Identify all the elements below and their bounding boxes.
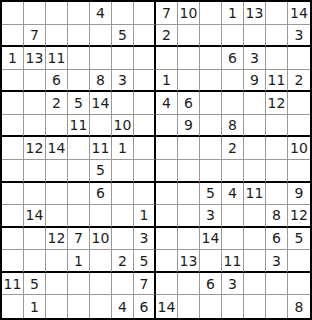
cell-r10c5[interactable]: [90, 205, 112, 228]
cell-r3c13[interactable]: [266, 47, 288, 70]
cell-r5c11[interactable]: [222, 92, 244, 115]
cell-r4c11[interactable]: [222, 70, 244, 93]
cell-r13c10[interactable]: 6: [200, 273, 222, 296]
cell-r2c7[interactable]: [134, 25, 156, 48]
cell-r9c11[interactable]: 4: [222, 183, 244, 206]
cell-r5c4[interactable]: 5: [68, 92, 90, 115]
cell-r7c11[interactable]: 2: [222, 137, 244, 160]
cell-r12c9[interactable]: 13: [178, 250, 200, 273]
cell-r4c4[interactable]: [68, 70, 90, 93]
cell-r7c13[interactable]: [266, 137, 288, 160]
cell-r9c14[interactable]: 9: [288, 183, 310, 206]
cell-r5c6[interactable]: [112, 92, 134, 115]
cell-r12c5[interactable]: [90, 250, 112, 273]
cell-r1c7[interactable]: [134, 2, 156, 25]
cell-r6c14[interactable]: [288, 115, 310, 138]
cell-r14c11[interactable]: [222, 295, 244, 318]
cell-r12c7[interactable]: 5: [134, 250, 156, 273]
cell-r12c6[interactable]: 2: [112, 250, 134, 273]
cell-r1c11[interactable]: 1: [222, 2, 244, 25]
cell-r9c8[interactable]: [156, 183, 178, 206]
cell-r12c8[interactable]: [156, 250, 178, 273]
cell-r4c7[interactable]: [134, 70, 156, 93]
cell-r14c1[interactable]: [2, 295, 24, 318]
cell-r9c9[interactable]: [178, 183, 200, 206]
cell-r7c6[interactable]: 1: [112, 137, 134, 160]
cell-r3c12[interactable]: 3: [244, 47, 266, 70]
cell-r2c6[interactable]: 5: [112, 25, 134, 48]
cell-r13c8[interactable]: [156, 273, 178, 296]
cell-r1c9[interactable]: 10: [178, 2, 200, 25]
cell-r10c2[interactable]: 14: [24, 205, 46, 228]
cell-r12c1[interactable]: [2, 250, 24, 273]
cell-r5c7[interactable]: [134, 92, 156, 115]
cell-r10c1[interactable]: [2, 205, 24, 228]
cell-r10c7[interactable]: 1: [134, 205, 156, 228]
cell-r3c10[interactable]: [200, 47, 222, 70]
cell-r2c5[interactable]: [90, 25, 112, 48]
cell-r9c10[interactable]: 5: [200, 183, 222, 206]
cell-r4c9[interactable]: [178, 70, 200, 93]
cell-r7c3[interactable]: 14: [46, 137, 68, 160]
cell-r8c9[interactable]: [178, 160, 200, 183]
cell-r9c6[interactable]: [112, 183, 134, 206]
cell-r3c4[interactable]: [68, 47, 90, 70]
cell-r1c3[interactable]: [46, 2, 68, 25]
cell-r11c13[interactable]: 6: [266, 228, 288, 251]
cell-r2c11[interactable]: [222, 25, 244, 48]
cell-r7c10[interactable]: [200, 137, 222, 160]
cell-r5c3[interactable]: 2: [46, 92, 68, 115]
cell-r14c10[interactable]: [200, 295, 222, 318]
cell-r5c1[interactable]: [2, 92, 24, 115]
cell-r11c6[interactable]: [112, 228, 134, 251]
cell-r5c14[interactable]: [288, 92, 310, 115]
cell-r9c1[interactable]: [2, 183, 24, 206]
cell-r13c7[interactable]: 7: [134, 273, 156, 296]
cell-r1c12[interactable]: 13: [244, 2, 266, 25]
cell-r1c2[interactable]: [24, 2, 46, 25]
cell-r3c2[interactable]: 13: [24, 47, 46, 70]
cell-r6c1[interactable]: [2, 115, 24, 138]
cell-r14c6[interactable]: 4: [112, 295, 134, 318]
cell-r9c12[interactable]: 11: [244, 183, 266, 206]
cell-r1c14[interactable]: 14: [288, 2, 310, 25]
cell-r9c4[interactable]: [68, 183, 90, 206]
cell-r13c3[interactable]: [46, 273, 68, 296]
cell-r11c3[interactable]: 12: [46, 228, 68, 251]
cell-r13c14[interactable]: [288, 273, 310, 296]
cell-r3c8[interactable]: [156, 47, 178, 70]
cell-r11c4[interactable]: 7: [68, 228, 90, 251]
cell-r12c12[interactable]: [244, 250, 266, 273]
cell-r5c9[interactable]: 6: [178, 92, 200, 115]
cell-r14c3[interactable]: [46, 295, 68, 318]
cell-r13c4[interactable]: [68, 273, 90, 296]
cell-r7c7[interactable]: [134, 137, 156, 160]
cell-r4c14[interactable]: 2: [288, 70, 310, 93]
cell-r8c4[interactable]: [68, 160, 90, 183]
cell-r3c11[interactable]: 6: [222, 47, 244, 70]
cell-r4c12[interactable]: 9: [244, 70, 266, 93]
cell-r6c4[interactable]: 11: [68, 115, 90, 138]
cell-r1c10[interactable]: [200, 2, 222, 25]
cell-r5c2[interactable]: [24, 92, 46, 115]
cell-r14c12[interactable]: [244, 295, 266, 318]
cell-r4c5[interactable]: 8: [90, 70, 112, 93]
cell-r4c10[interactable]: [200, 70, 222, 93]
cell-r12c14[interactable]: [288, 250, 310, 273]
cell-r7c14[interactable]: 10: [288, 137, 310, 160]
cell-r11c12[interactable]: [244, 228, 266, 251]
cell-r8c6[interactable]: [112, 160, 134, 183]
cell-r7c9[interactable]: [178, 137, 200, 160]
cell-r8c1[interactable]: [2, 160, 24, 183]
cell-r1c1[interactable]: [2, 2, 24, 25]
cell-r11c11[interactable]: [222, 228, 244, 251]
cell-r10c10[interactable]: 3: [200, 205, 222, 228]
cell-r5c13[interactable]: 12: [266, 92, 288, 115]
cell-r10c12[interactable]: [244, 205, 266, 228]
cell-r8c14[interactable]: [288, 160, 310, 183]
cell-r1c4[interactable]: [68, 2, 90, 25]
cell-r12c11[interactable]: 11: [222, 250, 244, 273]
cell-r13c5[interactable]: [90, 273, 112, 296]
sudoku-board: 4710113147523113116368319112251446121110…: [0, 0, 312, 320]
cell-r2c9[interactable]: [178, 25, 200, 48]
cell-r13c9[interactable]: [178, 273, 200, 296]
cell-r2c8[interactable]: 2: [156, 25, 178, 48]
cell-r3c7[interactable]: [134, 47, 156, 70]
cell-r9c3[interactable]: [46, 183, 68, 206]
cell-r5c10[interactable]: [200, 92, 222, 115]
cell-r6c8[interactable]: [156, 115, 178, 138]
cell-r4c6[interactable]: 3: [112, 70, 134, 93]
cell-r5c5[interactable]: 14: [90, 92, 112, 115]
cell-r2c13[interactable]: [266, 25, 288, 48]
cell-r5c8[interactable]: 4: [156, 92, 178, 115]
cell-r6c11[interactable]: 8: [222, 115, 244, 138]
cell-r5c12[interactable]: [244, 92, 266, 115]
cell-r10c13[interactable]: 8: [266, 205, 288, 228]
cell-r12c4[interactable]: 1: [68, 250, 90, 273]
cell-r14c9[interactable]: [178, 295, 200, 318]
cell-r10c14[interactable]: 12: [288, 205, 310, 228]
cell-r14c14[interactable]: 8: [288, 295, 310, 318]
cell-r1c5[interactable]: 4: [90, 2, 112, 25]
cell-r8c3[interactable]: [46, 160, 68, 183]
cell-r12c3[interactable]: [46, 250, 68, 273]
cell-r2c1[interactable]: [2, 25, 24, 48]
cell-r9c2[interactable]: [24, 183, 46, 206]
cell-r6c12[interactable]: [244, 115, 266, 138]
cell-r12c10[interactable]: [200, 250, 222, 273]
cell-r6c10[interactable]: [200, 115, 222, 138]
cell-r14c4[interactable]: [68, 295, 90, 318]
cell-r8c8[interactable]: [156, 160, 178, 183]
cell-r6c3[interactable]: [46, 115, 68, 138]
cell-r3c9[interactable]: [178, 47, 200, 70]
cell-r11c5[interactable]: 10: [90, 228, 112, 251]
cell-r8c11[interactable]: [222, 160, 244, 183]
cell-r6c2[interactable]: [24, 115, 46, 138]
cell-r10c3[interactable]: [46, 205, 68, 228]
cell-r2c10[interactable]: [200, 25, 222, 48]
cell-r7c12[interactable]: [244, 137, 266, 160]
cell-r6c9[interactable]: 9: [178, 115, 200, 138]
cell-r13c1[interactable]: 11: [2, 273, 24, 296]
cell-r13c12[interactable]: [244, 273, 266, 296]
cell-r4c3[interactable]: 6: [46, 70, 68, 93]
cell-r4c2[interactable]: [24, 70, 46, 93]
cell-r6c13[interactable]: [266, 115, 288, 138]
cell-r8c5[interactable]: 5: [90, 160, 112, 183]
cell-r7c5[interactable]: 11: [90, 137, 112, 160]
cell-r7c1[interactable]: [2, 137, 24, 160]
cell-r6c5[interactable]: [90, 115, 112, 138]
cell-r14c2[interactable]: 1: [24, 295, 46, 318]
cell-r3c1[interactable]: 1: [2, 47, 24, 70]
cell-r14c8[interactable]: 14: [156, 295, 178, 318]
cell-r13c6[interactable]: [112, 273, 134, 296]
cell-r6c6[interactable]: 10: [112, 115, 134, 138]
cell-r11c1[interactable]: [2, 228, 24, 251]
cell-r1c8[interactable]: 7: [156, 2, 178, 25]
cell-r3c6[interactable]: [112, 47, 134, 70]
cell-r1c6[interactable]: [112, 2, 134, 25]
cell-r9c13[interactable]: [266, 183, 288, 206]
cell-r7c2[interactable]: 12: [24, 137, 46, 160]
cell-r13c2[interactable]: 5: [24, 273, 46, 296]
cell-r14c7[interactable]: 6: [134, 295, 156, 318]
cell-r3c5[interactable]: [90, 47, 112, 70]
cell-r10c8[interactable]: [156, 205, 178, 228]
cell-r8c12[interactable]: [244, 160, 266, 183]
cell-r13c13[interactable]: [266, 273, 288, 296]
cell-r7c4[interactable]: [68, 137, 90, 160]
cell-r6c7[interactable]: [134, 115, 156, 138]
cell-r14c13[interactable]: [266, 295, 288, 318]
cell-r14c5[interactable]: [90, 295, 112, 318]
cell-r3c14[interactable]: [288, 47, 310, 70]
cell-r2c14[interactable]: 3: [288, 25, 310, 48]
cell-r12c13[interactable]: 3: [266, 250, 288, 273]
cell-r2c4[interactable]: [68, 25, 90, 48]
cell-r11c14[interactable]: 5: [288, 228, 310, 251]
cell-r1c13[interactable]: [266, 2, 288, 25]
cell-r9c5[interactable]: 6: [90, 183, 112, 206]
cell-r7c8[interactable]: [156, 137, 178, 160]
cell-r11c9[interactable]: [178, 228, 200, 251]
cell-r8c2[interactable]: [24, 160, 46, 183]
cell-r2c3[interactable]: [46, 25, 68, 48]
cell-r4c8[interactable]: 1: [156, 70, 178, 93]
cell-r10c4[interactable]: [68, 205, 90, 228]
cell-r2c12[interactable]: [244, 25, 266, 48]
cell-r10c11[interactable]: [222, 205, 244, 228]
cell-r11c10[interactable]: 14: [200, 228, 222, 251]
cell-r11c2[interactable]: [24, 228, 46, 251]
cell-r12c2[interactable]: [24, 250, 46, 273]
cell-r2c2[interactable]: 7: [24, 25, 46, 48]
cell-r10c9[interactable]: [178, 205, 200, 228]
cell-r11c7[interactable]: 3: [134, 228, 156, 251]
cell-r8c13[interactable]: [266, 160, 288, 183]
cell-r4c1[interactable]: [2, 70, 24, 93]
cell-r9c7[interactable]: [134, 183, 156, 206]
cell-r10c6[interactable]: [112, 205, 134, 228]
cell-r13c11[interactable]: 3: [222, 273, 244, 296]
cell-r8c10[interactable]: [200, 160, 222, 183]
cell-r4c13[interactable]: 11: [266, 70, 288, 93]
cell-r3c3[interactable]: 11: [46, 47, 68, 70]
cell-r8c7[interactable]: [134, 160, 156, 183]
cell-r11c8[interactable]: [156, 228, 178, 251]
